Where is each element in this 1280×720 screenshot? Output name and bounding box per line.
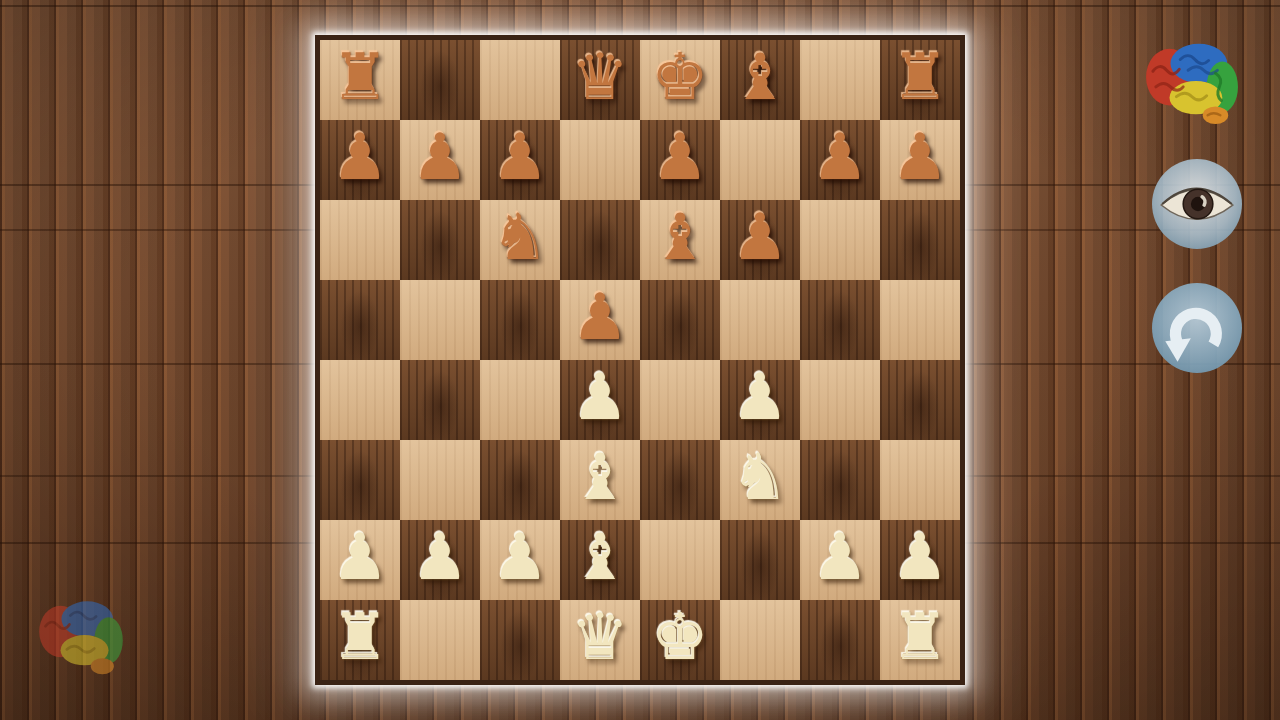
piece-black-pawn[interactable]: ♟	[891, 125, 948, 189]
piece-black-pawn[interactable]: ♟	[491, 125, 548, 189]
square-b3[interactable]	[400, 440, 480, 520]
piece-white-pawn[interactable]: ♟	[571, 365, 628, 429]
brain-faded-icon	[32, 596, 130, 676]
brain-indicator	[32, 596, 130, 676]
square-c5[interactable]	[480, 280, 560, 360]
square-b1[interactable]	[400, 600, 480, 680]
square-g5[interactable]	[800, 280, 880, 360]
piece-black-king[interactable]: ♚	[651, 45, 708, 109]
square-g6[interactable]	[800, 200, 880, 280]
square-c1[interactable]	[480, 600, 560, 680]
undo-arrow-icon	[1151, 282, 1243, 374]
square-a8[interactable]: ♜	[320, 40, 400, 120]
square-f1[interactable]	[720, 600, 800, 680]
square-a4[interactable]	[320, 360, 400, 440]
square-e6[interactable]: ♝	[640, 200, 720, 280]
square-g4[interactable]	[800, 360, 880, 440]
square-e3[interactable]	[640, 440, 720, 520]
square-h6[interactable]	[880, 200, 960, 280]
brain-button[interactable]	[1143, 38, 1241, 126]
square-h8[interactable]: ♜	[880, 40, 960, 120]
square-b2[interactable]: ♟	[400, 520, 480, 600]
piece-black-knight[interactable]: ♞	[491, 205, 548, 269]
eye-icon	[1151, 158, 1243, 250]
piece-white-pawn[interactable]: ♟	[891, 525, 948, 589]
piece-black-pawn[interactable]: ♟	[811, 125, 868, 189]
square-a3[interactable]	[320, 440, 400, 520]
square-h7[interactable]: ♟	[880, 120, 960, 200]
square-c8[interactable]	[480, 40, 560, 120]
square-a7[interactable]: ♟	[320, 120, 400, 200]
square-e8[interactable]: ♚	[640, 40, 720, 120]
piece-black-rook[interactable]: ♜	[891, 45, 948, 109]
piece-white-queen[interactable]: ♛	[571, 605, 628, 669]
square-d1[interactable]: ♛	[560, 600, 640, 680]
square-a5[interactable]	[320, 280, 400, 360]
square-d4[interactable]: ♟	[560, 360, 640, 440]
square-g1[interactable]	[800, 600, 880, 680]
square-f6[interactable]: ♟	[720, 200, 800, 280]
piece-white-rook[interactable]: ♜	[891, 605, 948, 669]
eye-button[interactable]	[1151, 158, 1243, 250]
square-g8[interactable]	[800, 40, 880, 120]
square-c3[interactable]	[480, 440, 560, 520]
square-b6[interactable]	[400, 200, 480, 280]
undo-button[interactable]	[1151, 282, 1243, 374]
square-d2[interactable]: ♝	[560, 520, 640, 600]
square-e5[interactable]	[640, 280, 720, 360]
square-b8[interactable]	[400, 40, 480, 120]
piece-black-pawn[interactable]: ♟	[571, 285, 628, 349]
wood-floor-background: ♜♛♚♝♜♟♟♟♟♟♟♞♝♟♟♟♟♝♞♟♟♟♝♟♟♜♛♚♜	[0, 0, 1280, 720]
square-b5[interactable]	[400, 280, 480, 360]
piece-white-pawn[interactable]: ♟	[491, 525, 548, 589]
square-c6[interactable]: ♞	[480, 200, 560, 280]
piece-white-knight[interactable]: ♞	[731, 445, 788, 509]
square-f7[interactable]	[720, 120, 800, 200]
square-d6[interactable]	[560, 200, 640, 280]
square-c2[interactable]: ♟	[480, 520, 560, 600]
piece-black-queen[interactable]: ♛	[571, 45, 628, 109]
square-h5[interactable]	[880, 280, 960, 360]
piece-black-pawn[interactable]: ♟	[731, 205, 788, 269]
chess-board: ♜♛♚♝♜♟♟♟♟♟♟♞♝♟♟♟♟♝♞♟♟♟♝♟♟♜♛♚♜	[315, 35, 965, 685]
square-a1[interactable]: ♜	[320, 600, 400, 680]
square-f5[interactable]	[720, 280, 800, 360]
square-g2[interactable]: ♟	[800, 520, 880, 600]
piece-white-pawn[interactable]: ♟	[811, 525, 868, 589]
square-b4[interactable]	[400, 360, 480, 440]
piece-black-rook[interactable]: ♜	[331, 45, 388, 109]
piece-white-king[interactable]: ♚	[651, 605, 708, 669]
piece-black-pawn[interactable]: ♟	[411, 125, 468, 189]
square-c4[interactable]	[480, 360, 560, 440]
square-d3[interactable]: ♝	[560, 440, 640, 520]
square-b7[interactable]: ♟	[400, 120, 480, 200]
square-f4[interactable]: ♟	[720, 360, 800, 440]
square-d8[interactable]: ♛	[560, 40, 640, 120]
square-d5[interactable]: ♟	[560, 280, 640, 360]
square-a2[interactable]: ♟	[320, 520, 400, 600]
piece-black-bishop[interactable]: ♝	[731, 45, 788, 109]
piece-white-pawn[interactable]: ♟	[331, 525, 388, 589]
piece-black-bishop[interactable]: ♝	[651, 205, 708, 269]
square-h3[interactable]	[880, 440, 960, 520]
piece-white-pawn[interactable]: ♟	[411, 525, 468, 589]
piece-white-pawn[interactable]: ♟	[731, 365, 788, 429]
square-e4[interactable]	[640, 360, 720, 440]
square-g3[interactable]	[800, 440, 880, 520]
square-f3[interactable]: ♞	[720, 440, 800, 520]
square-h1[interactable]: ♜	[880, 600, 960, 680]
square-e7[interactable]: ♟	[640, 120, 720, 200]
square-c7[interactable]: ♟	[480, 120, 560, 200]
square-e2[interactable]	[640, 520, 720, 600]
square-a6[interactable]	[320, 200, 400, 280]
square-d7[interactable]	[560, 120, 640, 200]
square-h4[interactable]	[880, 360, 960, 440]
piece-black-pawn[interactable]: ♟	[651, 125, 708, 189]
square-e1[interactable]: ♚	[640, 600, 720, 680]
brain-icon	[1143, 38, 1241, 126]
square-f8[interactable]: ♝	[720, 40, 800, 120]
square-f2[interactable]	[720, 520, 800, 600]
piece-white-bishop[interactable]: ♝	[571, 525, 628, 589]
piece-white-bishop[interactable]: ♝	[571, 445, 628, 509]
square-h2[interactable]: ♟	[880, 520, 960, 600]
square-g7[interactable]: ♟	[800, 120, 880, 200]
piece-white-rook[interactable]: ♜	[331, 605, 388, 669]
piece-black-pawn[interactable]: ♟	[331, 125, 388, 189]
